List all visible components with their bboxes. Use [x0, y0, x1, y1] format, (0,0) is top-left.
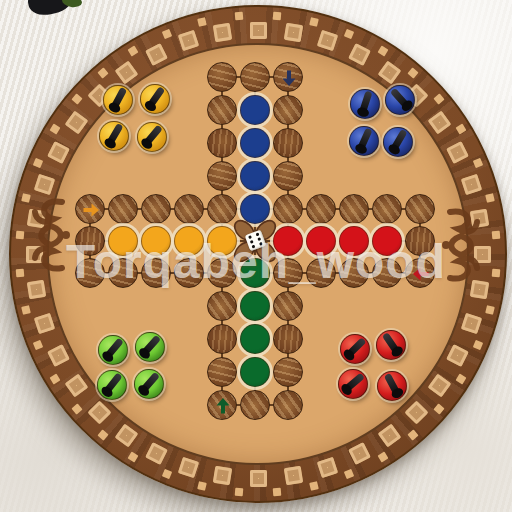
- red-piece[interactable]: [376, 330, 406, 360]
- piece-handle: [389, 129, 407, 153]
- track-hole[interactable]: [207, 161, 237, 191]
- red-piece[interactable]: [338, 369, 368, 399]
- entry-arrow-right[interactable]: [75, 194, 105, 224]
- green-piece[interactable]: [134, 369, 164, 399]
- track-hole[interactable]: [372, 194, 402, 224]
- track-hole[interactable]: [405, 194, 435, 224]
- piece-handle: [138, 372, 159, 395]
- track-hole[interactable]: [240, 62, 270, 92]
- track-hole[interactable]: [207, 128, 237, 158]
- green-piece[interactable]: [98, 335, 128, 365]
- track-hole[interactable]: [174, 194, 204, 224]
- red-piece[interactable]: [377, 371, 407, 401]
- track-hole[interactable]: [240, 390, 270, 420]
- piece-handle: [358, 91, 372, 116]
- blue-home-hole[interactable]: [240, 161, 270, 191]
- piece-handle: [102, 372, 122, 395]
- track-hole[interactable]: [207, 357, 237, 387]
- yellow-piece[interactable]: [140, 84, 170, 114]
- red-piece[interactable]: [340, 334, 370, 364]
- track-hole[interactable]: [339, 194, 369, 224]
- piece-handle: [383, 373, 400, 397]
- green-piece[interactable]: [97, 370, 127, 400]
- track-hole[interactable]: [273, 390, 303, 420]
- blue-piece[interactable]: [385, 85, 415, 115]
- piece-handle: [139, 335, 160, 358]
- track-hole[interactable]: [207, 62, 237, 92]
- piece-handle: [344, 337, 366, 359]
- track-hole[interactable]: [306, 194, 336, 224]
- green-home-hole[interactable]: [240, 357, 270, 387]
- green-home-hole[interactable]: [240, 291, 270, 321]
- green-home-hole[interactable]: [240, 324, 270, 354]
- piece-handle: [105, 123, 123, 147]
- entry-arrow-up-icon: [213, 396, 233, 416]
- blue-piece[interactable]: [350, 89, 380, 119]
- track-hole[interactable]: [273, 324, 303, 354]
- yellow-piece[interactable]: [137, 122, 167, 152]
- yellow-piece[interactable]: [99, 121, 129, 151]
- track-hole[interactable]: [273, 291, 303, 321]
- track-hole[interactable]: [108, 194, 138, 224]
- entry-arrow-up[interactable]: [207, 390, 237, 420]
- blue-home-hole[interactable]: [240, 128, 270, 158]
- piece-handle: [356, 128, 372, 153]
- track-hole[interactable]: [273, 357, 303, 387]
- piece-handle: [109, 87, 126, 111]
- yellow-piece[interactable]: [103, 85, 133, 115]
- track-hole[interactable]: [273, 128, 303, 158]
- piece-handle: [381, 332, 400, 356]
- blue-piece[interactable]: [383, 127, 413, 157]
- blue-piece[interactable]: [349, 126, 379, 156]
- piece-handle: [389, 88, 410, 111]
- blue-home-hole[interactable]: [240, 95, 270, 125]
- track-hole[interactable]: [141, 194, 171, 224]
- entry-arrow-right-icon: [81, 200, 101, 220]
- piece-handle: [142, 125, 163, 148]
- track-hole[interactable]: [207, 324, 237, 354]
- piece-handle: [103, 338, 124, 361]
- piece-handle: [145, 86, 164, 110]
- track-hole[interactable]: [273, 161, 303, 191]
- watermark-text: Torqabeh_wood: [66, 234, 446, 289]
- track-hole[interactable]: [207, 291, 237, 321]
- piece-handle: [342, 373, 365, 394]
- track-hole[interactable]: [273, 95, 303, 125]
- photo-background: Torqabeh_wood: [0, 0, 512, 512]
- green-piece[interactable]: [135, 332, 165, 362]
- track-hole[interactable]: [207, 95, 237, 125]
- entry-arrow-down[interactable]: [273, 62, 303, 92]
- entry-arrow-down-icon: [279, 68, 299, 88]
